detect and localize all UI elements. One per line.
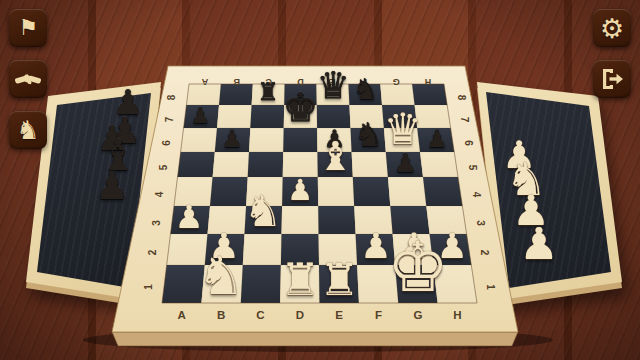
file-label-top-c: C <box>265 77 272 87</box>
rank-label-right-7: 7 <box>459 117 470 123</box>
rank-label-left-7: 7 <box>164 116 175 122</box>
square-g1[interactable] <box>395 265 438 303</box>
square-b5[interactable] <box>213 152 249 177</box>
square-b2[interactable] <box>205 234 245 265</box>
square-h1[interactable] <box>433 265 477 303</box>
handshake-icon <box>15 66 41 92</box>
square-g7[interactable] <box>382 105 417 128</box>
square-f4[interactable] <box>353 177 391 206</box>
square-c2[interactable] <box>243 234 282 265</box>
file-label-top-d: D <box>297 77 304 87</box>
square-c7[interactable] <box>250 105 284 128</box>
square-b4[interactable] <box>210 177 248 206</box>
rank-label-left-6: 6 <box>161 140 172 146</box>
file-label-bottom-a: A <box>178 309 186 321</box>
rank-label-left-3: 3 <box>151 220 162 226</box>
resign-flag-button[interactable]: ⚑ <box>9 9 47 47</box>
board-front-edge <box>112 332 518 346</box>
square-f3[interactable] <box>354 206 392 234</box>
square-g2[interactable] <box>393 234 434 265</box>
file-label-top-f: F <box>361 77 367 87</box>
file-label-top-h: H <box>425 77 432 87</box>
square-h3[interactable] <box>426 206 466 234</box>
rank-label-left-1: 1 <box>143 284 154 290</box>
exit-door-arrow-icon <box>600 67 624 91</box>
rank-label-right-4: 4 <box>471 192 482 198</box>
square-e7[interactable] <box>317 105 351 128</box>
chess-app-screen: { "app": {"name": "3D Chess"}, "game": "… <box>0 0 640 360</box>
square-f7[interactable] <box>349 105 384 128</box>
square-d4[interactable] <box>282 177 318 206</box>
rank-label-right-6: 6 <box>463 140 474 146</box>
square-g4[interactable] <box>388 177 426 206</box>
square-e3[interactable] <box>318 206 355 234</box>
square-h2[interactable] <box>430 234 472 265</box>
square-g5[interactable] <box>386 152 423 177</box>
square-d7[interactable] <box>284 105 317 128</box>
square-e5[interactable] <box>317 152 352 177</box>
square-a1[interactable] <box>162 265 205 303</box>
square-f1[interactable] <box>357 265 398 303</box>
file-label-bottom-f: F <box>375 309 382 321</box>
square-h7[interactable] <box>415 105 451 128</box>
square-d2[interactable] <box>281 234 319 265</box>
square-b3[interactable] <box>208 206 247 234</box>
square-f6[interactable] <box>351 128 386 152</box>
square-d6[interactable] <box>283 128 317 152</box>
rank-label-right-8: 8 <box>456 95 467 101</box>
square-h4[interactable] <box>423 177 462 206</box>
square-c4[interactable] <box>246 177 283 206</box>
knight-icon: ♞ <box>16 117 39 143</box>
square-d5[interactable] <box>283 152 318 177</box>
rank-label-left-2: 2 <box>147 249 158 255</box>
square-c1[interactable] <box>241 265 281 303</box>
file-label-top-a: A <box>201 77 208 87</box>
square-g3[interactable] <box>390 206 429 234</box>
square-e2[interactable] <box>319 234 358 265</box>
rank-label-left-8: 8 <box>166 94 177 100</box>
square-h5[interactable] <box>420 152 458 177</box>
flag-icon: ⚑ <box>18 17 38 39</box>
square-b1[interactable] <box>201 265 242 303</box>
exit-button[interactable] <box>593 60 631 98</box>
square-a3[interactable] <box>171 206 211 234</box>
rank-label-left-5: 5 <box>158 164 169 170</box>
square-a2[interactable] <box>167 234 208 265</box>
file-label-bottom-d: D <box>296 309 304 321</box>
file-label-top-e: E <box>329 77 335 87</box>
file-label-top-g: G <box>393 77 400 87</box>
square-a6[interactable] <box>181 128 217 152</box>
square-e1[interactable] <box>319 265 359 303</box>
rank-label-right-1: 1 <box>485 284 496 290</box>
file-label-bottom-e: E <box>335 309 343 321</box>
square-e4[interactable] <box>318 177 354 206</box>
gear-icon: ⚙ <box>600 15 624 42</box>
file-label-bottom-b: B <box>217 309 225 321</box>
chess-board: AABBCCDDEEFFGGHH8877665544332211 <box>0 0 640 360</box>
square-a7[interactable] <box>184 105 219 128</box>
square-b6[interactable] <box>215 128 251 152</box>
square-f2[interactable] <box>356 234 396 265</box>
square-c6[interactable] <box>249 128 284 152</box>
square-f5[interactable] <box>352 152 388 177</box>
file-label-top-b: B <box>233 77 240 87</box>
file-label-bottom-h: H <box>453 309 461 321</box>
draw-offer-handshake-button[interactable] <box>9 60 47 98</box>
file-label-bottom-c: C <box>256 309 264 321</box>
square-b7[interactable] <box>217 105 252 128</box>
square-c5[interactable] <box>248 152 284 177</box>
square-g6[interactable] <box>384 128 420 152</box>
file-label-bottom-g: G <box>413 309 422 321</box>
rank-label-right-2: 2 <box>479 250 490 256</box>
rank-label-right-3: 3 <box>475 220 486 226</box>
square-h6[interactable] <box>417 128 454 152</box>
square-d3[interactable] <box>282 206 319 234</box>
square-a4[interactable] <box>174 177 213 206</box>
piece-theme-knight-button[interactable]: ♞ <box>9 111 47 149</box>
square-d1[interactable] <box>280 265 319 303</box>
rank-label-left-4: 4 <box>154 191 165 197</box>
square-c3[interactable] <box>245 206 283 234</box>
settings-gear-button[interactable]: ⚙ <box>593 9 631 47</box>
square-e6[interactable] <box>317 128 352 152</box>
rank-label-right-5: 5 <box>467 165 478 171</box>
square-a5[interactable] <box>178 152 215 177</box>
